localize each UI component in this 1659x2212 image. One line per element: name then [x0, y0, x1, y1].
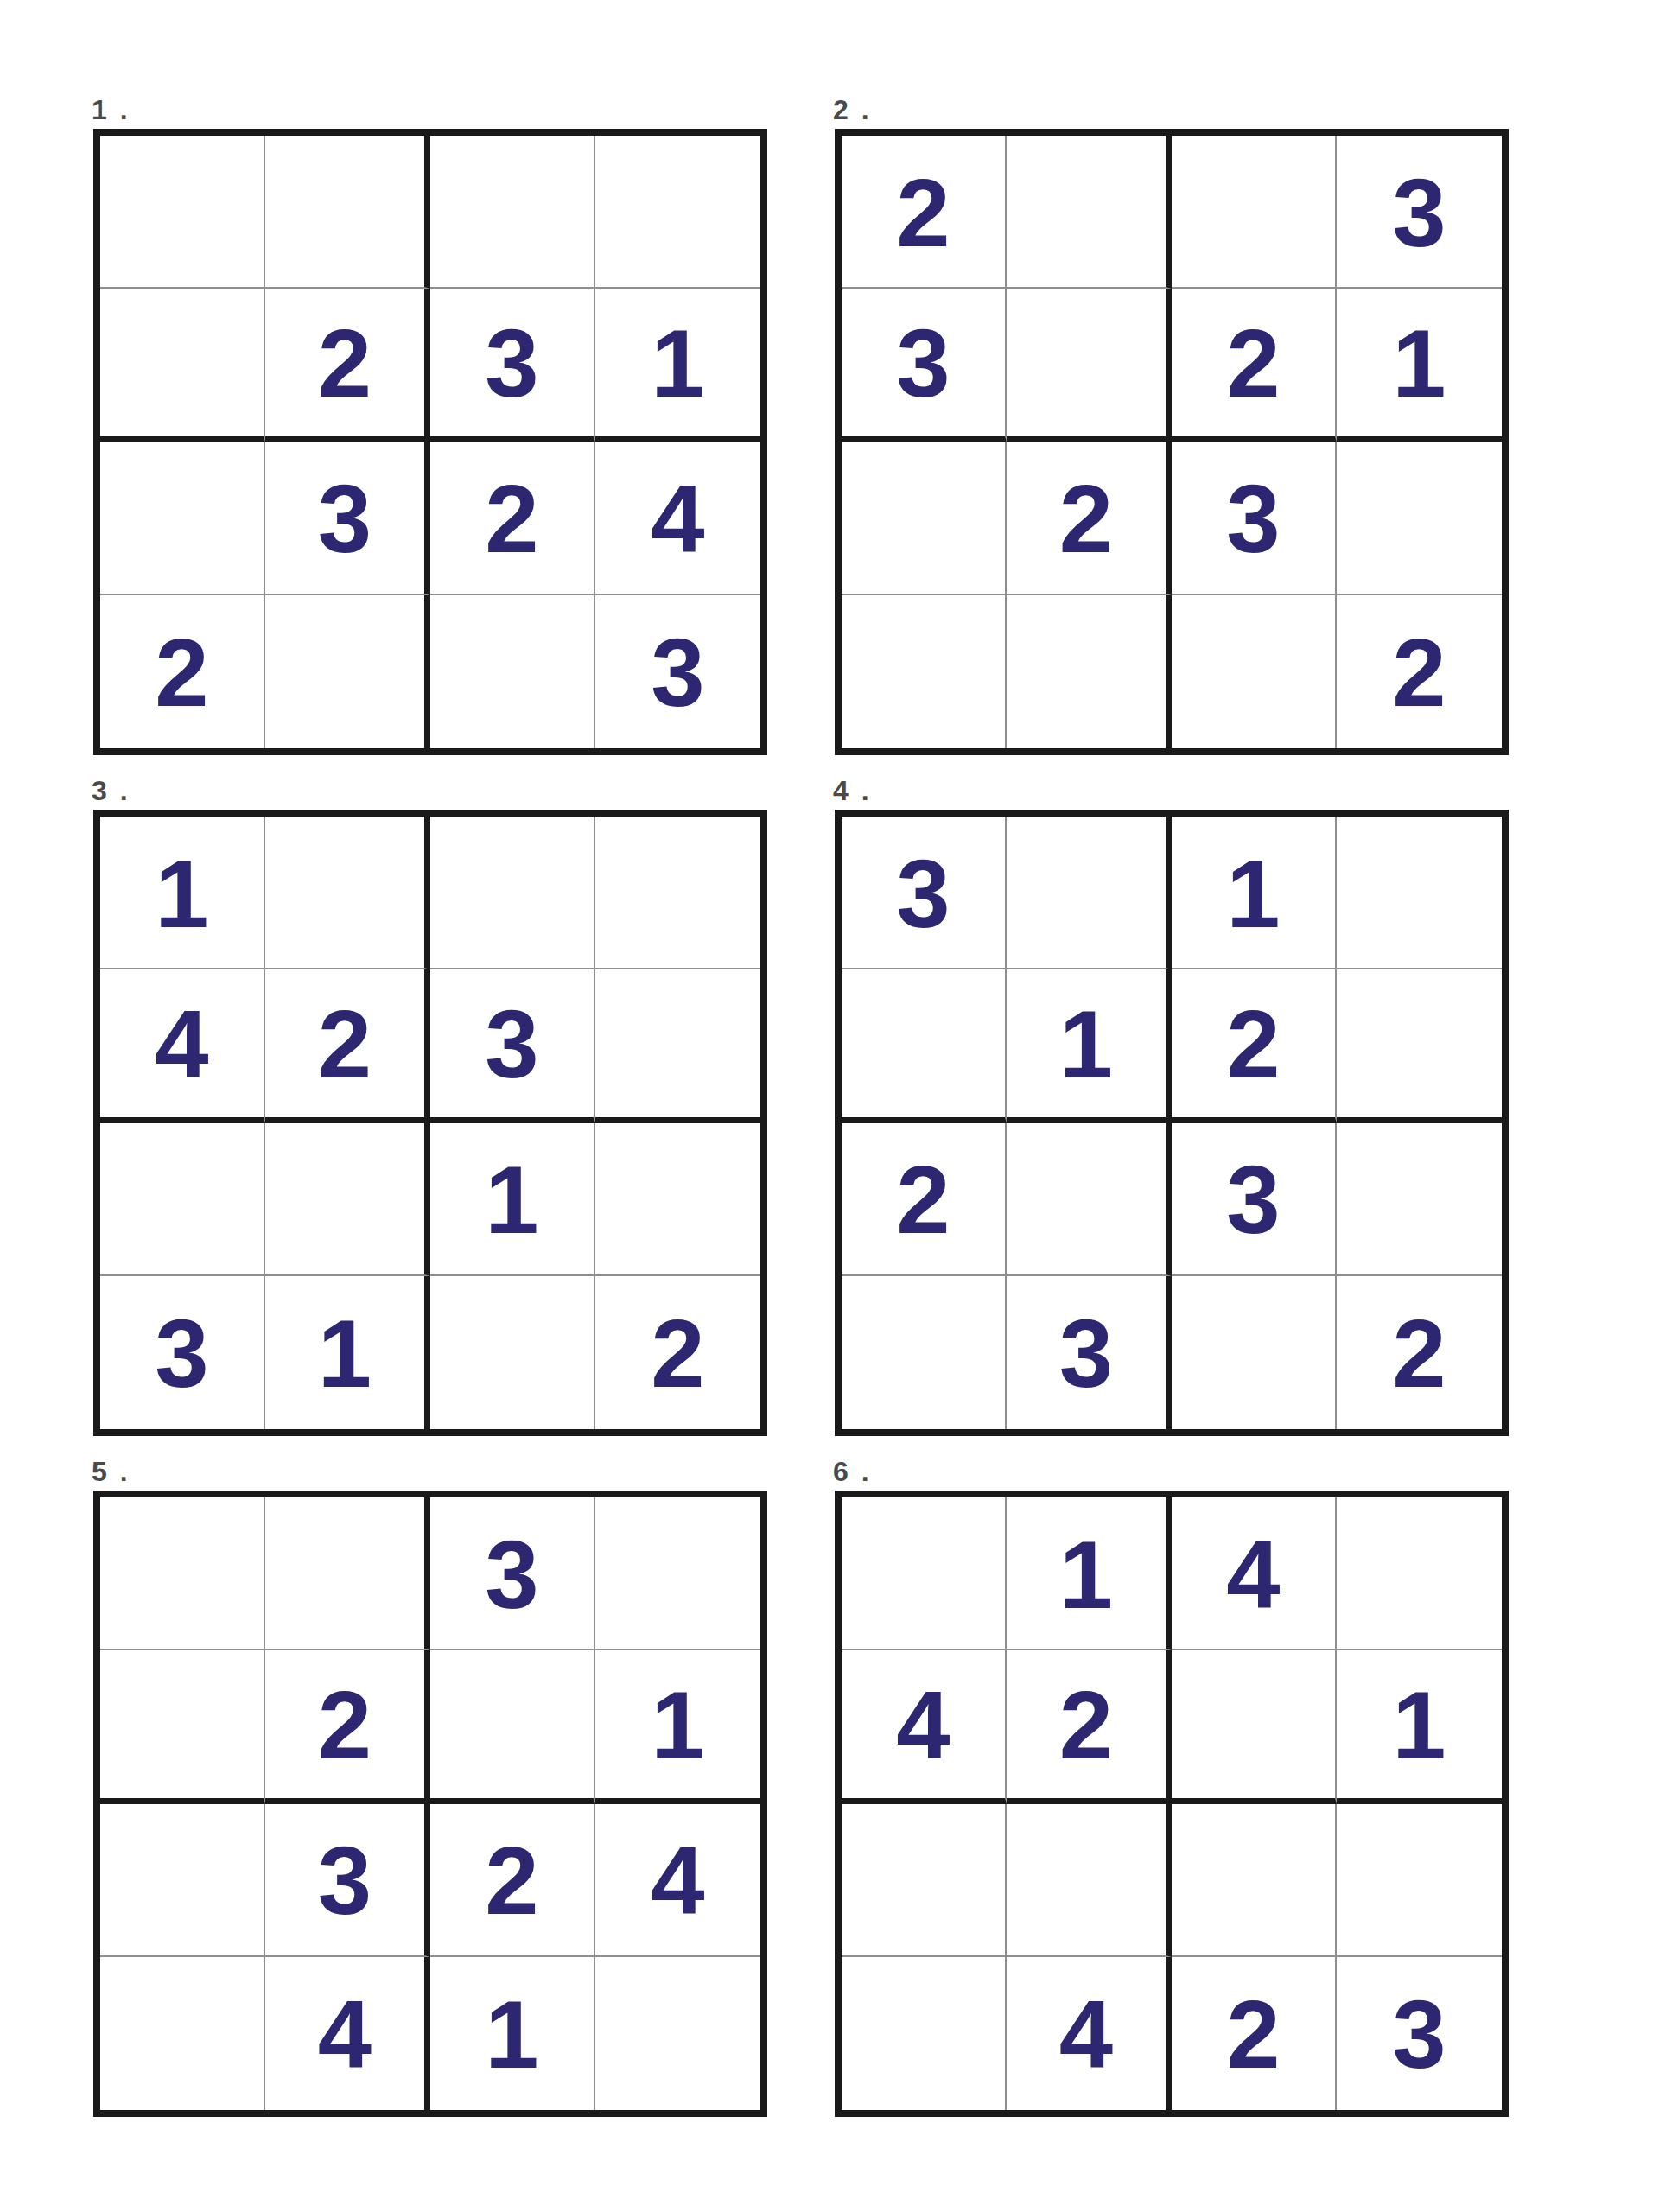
puzzle-3-cell-r3c2: [265, 1123, 430, 1276]
puzzle-2: 2 .23321232: [835, 97, 1509, 755]
puzzle-5-cell-r1c2: [265, 1497, 430, 1650]
given-digit: 4: [1059, 1986, 1113, 2083]
puzzle-label-6: 6 .: [833, 1459, 1509, 1484]
puzzle-6-cell-r1c4: [1337, 1497, 1502, 1650]
puzzle-1-cell-r1c2: [265, 136, 430, 289]
given-digit: 2: [485, 1833, 538, 1929]
puzzle-1-cell-r2c3: 3: [430, 289, 595, 442]
puzzle-5-cell-r3c4: 4: [595, 1804, 760, 1957]
given-digit: 1: [1392, 1677, 1446, 1774]
given-digit: 1: [651, 1677, 704, 1774]
puzzle-4-cell-r4c3: [1172, 1276, 1337, 1429]
puzzle-1-cell-r4c2: [265, 595, 430, 748]
puzzle-6-cell-r3c1: [842, 1804, 1007, 1957]
puzzle-6-cell-r3c2: [1007, 1804, 1172, 1957]
puzzle-2-cell-r4c3: [1172, 595, 1337, 748]
given-digit: 3: [1226, 471, 1280, 568]
given-digit: 2: [1226, 315, 1280, 412]
sudoku-board-6: 14421423: [835, 1491, 1509, 2117]
puzzle-6-cell-r4c3: 2: [1172, 1957, 1337, 2110]
puzzle-2-cell-r2c4: 1: [1337, 289, 1502, 442]
puzzle-5-cell-r1c1: [100, 1497, 265, 1650]
puzzle-4-cell-r1c4: [1337, 817, 1502, 969]
puzzle-2-cell-r2c3: 2: [1172, 289, 1337, 442]
given-digit: 2: [651, 1306, 704, 1402]
puzzle-3: 3 .14231312: [93, 778, 767, 1436]
puzzle-label-3: 3 .: [92, 778, 767, 804]
puzzle-4-cell-r1c2: [1007, 817, 1172, 969]
given-digit: 1: [485, 1986, 538, 2083]
puzzle-3-cell-r4c3: [430, 1276, 595, 1429]
given-digit: 3: [485, 1527, 538, 1624]
puzzle-3-cell-r1c3: [430, 817, 595, 969]
puzzle-5-cell-r4c4: [595, 1957, 760, 2110]
given-digit: 4: [651, 471, 704, 568]
given-digit: 3: [318, 1833, 372, 1929]
puzzle-1-cell-r1c3: [430, 136, 595, 289]
puzzle-1-cell-r1c1: [100, 136, 265, 289]
puzzle-4-cell-r2c4: [1337, 969, 1502, 1122]
given-digit: 2: [1392, 1306, 1446, 1402]
given-digit: 4: [318, 1986, 372, 2083]
puzzle-3-cell-r1c2: [265, 817, 430, 969]
puzzle-6-cell-r4c4: 3: [1337, 1957, 1502, 2110]
puzzle-3-cell-r4c2: 1: [265, 1276, 430, 1429]
given-digit: 2: [485, 471, 538, 568]
given-digit: 2: [318, 315, 372, 412]
puzzle-1-cell-r3c2: 3: [265, 442, 430, 595]
sudoku-board-2: 23321232: [835, 129, 1509, 755]
puzzle-1-cell-r4c4: 3: [595, 595, 760, 748]
given-digit: 2: [1392, 625, 1446, 721]
puzzle-5-cell-r3c3: 2: [430, 1804, 595, 1957]
puzzle-3-cell-r4c1: 3: [100, 1276, 265, 1429]
given-digit: 3: [1059, 1306, 1113, 1402]
given-digit: 1: [1059, 1527, 1113, 1624]
given-digit: 3: [651, 625, 704, 721]
puzzle-2-cell-r3c3: 3: [1172, 442, 1337, 595]
puzzle-label-2: 2 .: [833, 97, 1509, 123]
puzzle-6-cell-r4c1: [842, 1957, 1007, 2110]
puzzle-3-cell-r2c4: [595, 969, 760, 1122]
given-digit: 2: [1059, 471, 1113, 568]
puzzle-4-cell-r4c4: 2: [1337, 1276, 1502, 1429]
puzzle-5-cell-r4c3: 1: [430, 1957, 595, 2110]
puzzle-2-cell-r3c2: 2: [1007, 442, 1172, 595]
puzzle-2-cell-r1c3: [1172, 136, 1337, 289]
puzzle-4-cell-r1c1: 3: [842, 817, 1007, 969]
puzzle-6-cell-r1c3: 4: [1172, 1497, 1337, 1650]
puzzle-6-cell-r1c1: [842, 1497, 1007, 1650]
puzzle-1-cell-r3c3: 2: [430, 442, 595, 595]
puzzle-2-cell-r1c2: [1007, 136, 1172, 289]
given-digit: 3: [1392, 1986, 1446, 2083]
puzzle-5-cell-r4c1: [100, 1957, 265, 2110]
puzzle-6-cell-r2c3: [1172, 1650, 1337, 1803]
puzzle-3-cell-r1c4: [595, 817, 760, 969]
puzzle-4-cell-r2c3: 2: [1172, 969, 1337, 1122]
given-digit: 2: [1226, 996, 1280, 1093]
given-digit: 3: [1226, 1152, 1280, 1249]
puzzle-2-cell-r3c1: [842, 442, 1007, 595]
puzzle-6-cell-r2c1: 4: [842, 1650, 1007, 1803]
puzzle-3-cell-r3c1: [100, 1123, 265, 1276]
puzzle-1-cell-r3c1: [100, 442, 265, 595]
puzzle-3-cell-r3c4: [595, 1123, 760, 1276]
puzzle-label-5: 5 .: [92, 1459, 767, 1484]
puzzle-2-cell-r4c1: [842, 595, 1007, 748]
puzzle-6-cell-r4c2: 4: [1007, 1957, 1172, 2110]
puzzle-4-cell-r2c1: [842, 969, 1007, 1122]
puzzle-2-cell-r2c2: [1007, 289, 1172, 442]
puzzle-5-cell-r4c2: 4: [265, 1957, 430, 2110]
given-digit: 1: [1059, 996, 1113, 1093]
puzzle-6-cell-r3c3: [1172, 1804, 1337, 1957]
puzzle-2-cell-r1c4: 3: [1337, 136, 1502, 289]
given-digit: 4: [1226, 1527, 1280, 1624]
given-digit: 4: [155, 996, 208, 1093]
puzzle-1-cell-r2c2: 2: [265, 289, 430, 442]
given-digit: 2: [896, 1152, 950, 1249]
given-digit: 3: [1392, 165, 1446, 262]
puzzle-5: 5 .32132441: [93, 1459, 767, 2117]
puzzle-5-cell-r2c1: [100, 1650, 265, 1803]
puzzle-label-1: 1 .: [92, 97, 767, 123]
given-digit: 2: [318, 996, 372, 1093]
given-digit: 2: [1059, 1677, 1113, 1774]
puzzle-label-4: 4 .: [833, 778, 1509, 804]
puzzle-2-cell-r2c1: 3: [842, 289, 1007, 442]
puzzle-2-cell-r3c4: [1337, 442, 1502, 595]
puzzle-5-cell-r1c3: 3: [430, 1497, 595, 1650]
puzzle-4-cell-r3c3: 3: [1172, 1123, 1337, 1276]
given-digit: 2: [318, 1677, 372, 1774]
puzzle-6-cell-r1c2: 1: [1007, 1497, 1172, 1650]
puzzle-6-cell-r2c4: 1: [1337, 1650, 1502, 1803]
puzzle-3-cell-r2c2: 2: [265, 969, 430, 1122]
puzzle-5-cell-r2c4: 1: [595, 1650, 760, 1803]
puzzle-3-cell-r3c3: 1: [430, 1123, 595, 1276]
sudoku-board-3: 14231312: [93, 810, 767, 1436]
given-digit: 3: [155, 1306, 208, 1402]
puzzle-3-cell-r2c1: 4: [100, 969, 265, 1122]
given-digit: 1: [1226, 846, 1280, 943]
puzzle-1-cell-r2c4: 1: [595, 289, 760, 442]
puzzle-4-cell-r1c3: 1: [1172, 817, 1337, 969]
given-digit: 1: [155, 846, 208, 943]
puzzle-2-cell-r1c1: 2: [842, 136, 1007, 289]
puzzle-5-cell-r3c1: [100, 1804, 265, 1957]
puzzle-1-cell-r2c1: [100, 289, 265, 442]
puzzle-4-cell-r2c2: 1: [1007, 969, 1172, 1122]
puzzle-1-cell-r3c4: 4: [595, 442, 760, 595]
puzzle-3-cell-r1c1: 1: [100, 817, 265, 969]
given-digit: 2: [896, 165, 950, 262]
given-digit: 3: [896, 846, 950, 943]
given-digit: 3: [485, 996, 538, 1093]
puzzle-1-cell-r4c3: [430, 595, 595, 748]
puzzle-4-cell-r3c2: [1007, 1123, 1172, 1276]
puzzle-1: 1 .23132423: [93, 97, 767, 755]
given-digit: 2: [155, 625, 208, 721]
puzzle-1-cell-r4c1: 2: [100, 595, 265, 748]
puzzle-1-cell-r1c4: [595, 136, 760, 289]
given-digit: 4: [896, 1677, 950, 1774]
given-digit: 1: [318, 1306, 372, 1402]
given-digit: 3: [485, 315, 538, 412]
given-digit: 1: [485, 1152, 538, 1249]
worksheet-page: 1 .231324232 .233212323 .142313124 .3112…: [0, 0, 1659, 2212]
puzzle-4: 4 .31122332: [835, 778, 1509, 1436]
given-digit: 3: [896, 315, 950, 412]
sudoku-board-4: 31122332: [835, 810, 1509, 1436]
sudoku-board-5: 32132441: [93, 1491, 767, 2117]
puzzle-2-cell-r4c2: [1007, 595, 1172, 748]
puzzle-2-cell-r4c4: 2: [1337, 595, 1502, 748]
puzzle-6-cell-r3c4: [1337, 1804, 1502, 1957]
puzzle-5-cell-r1c4: [595, 1497, 760, 1650]
given-digit: 4: [651, 1833, 704, 1929]
given-digit: 1: [651, 315, 704, 412]
puzzle-4-cell-r4c2: 3: [1007, 1276, 1172, 1429]
given-digit: 3: [318, 471, 372, 568]
puzzle-3-cell-r4c4: 2: [595, 1276, 760, 1429]
puzzle-4-cell-r4c1: [842, 1276, 1007, 1429]
puzzle-3-cell-r2c3: 3: [430, 969, 595, 1122]
given-digit: 1: [1392, 315, 1446, 412]
puzzle-6: 6 .14421423: [835, 1459, 1509, 2117]
puzzle-5-cell-r2c2: 2: [265, 1650, 430, 1803]
sudoku-board-1: 23132423: [93, 129, 767, 755]
puzzles-grid: 1 .231324232 .233212323 .142313124 .3112…: [93, 97, 1659, 2117]
puzzle-6-cell-r2c2: 2: [1007, 1650, 1172, 1803]
puzzle-4-cell-r3c1: 2: [842, 1123, 1007, 1276]
given-digit: 2: [1226, 1986, 1280, 2083]
puzzle-5-cell-r2c3: [430, 1650, 595, 1803]
puzzle-5-cell-r3c2: 3: [265, 1804, 430, 1957]
puzzle-4-cell-r3c4: [1337, 1123, 1502, 1276]
